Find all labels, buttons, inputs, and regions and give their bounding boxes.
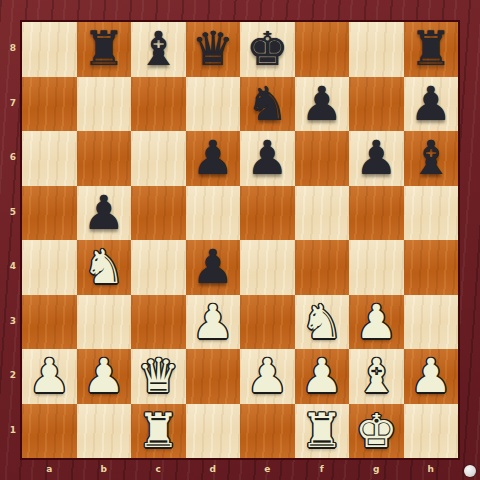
square-b5[interactable]: ♟	[77, 186, 132, 241]
file-label-a: a	[46, 464, 52, 474]
square-f7[interactable]: ♟	[295, 77, 350, 132]
piece-white-pawn[interactable]: ♟	[246, 349, 288, 403]
square-b7[interactable]	[77, 77, 132, 132]
square-d4[interactable]: ♟	[186, 240, 241, 295]
piece-black-knight[interactable]: ♞	[246, 77, 288, 131]
square-e3[interactable]	[240, 295, 295, 350]
square-c5[interactable]	[131, 186, 186, 241]
piece-white-knight[interactable]: ♞	[301, 295, 343, 349]
square-g1[interactable]: ♚	[349, 404, 404, 459]
square-f6[interactable]	[295, 131, 350, 186]
square-h5[interactable]	[404, 186, 459, 241]
file-label-g: g	[373, 464, 379, 474]
square-d6[interactable]: ♟	[186, 131, 241, 186]
white-to-move-indicator	[464, 465, 476, 477]
square-e2[interactable]: ♟	[240, 349, 295, 404]
square-f1[interactable]: ♜	[295, 404, 350, 459]
rank-label-6: 6	[10, 152, 16, 162]
square-f4[interactable]	[295, 240, 350, 295]
square-d7[interactable]	[186, 77, 241, 132]
square-a2[interactable]: ♟	[22, 349, 77, 404]
piece-black-bishop[interactable]: ♝	[137, 22, 179, 76]
piece-black-king[interactable]: ♚	[246, 22, 288, 76]
rank-label-1: 1	[10, 425, 16, 435]
square-c7[interactable]	[131, 77, 186, 132]
square-h6[interactable]: ♝	[404, 131, 459, 186]
piece-white-bishop[interactable]: ♝	[355, 349, 397, 403]
square-a1[interactable]	[22, 404, 77, 459]
square-h4[interactable]	[404, 240, 459, 295]
piece-black-rook[interactable]: ♜	[83, 22, 125, 76]
square-a8[interactable]	[22, 22, 77, 77]
piece-black-pawn[interactable]: ♟	[83, 186, 125, 240]
square-a6[interactable]	[22, 131, 77, 186]
square-f5[interactable]	[295, 186, 350, 241]
square-b3[interactable]	[77, 295, 132, 350]
square-d8[interactable]: ♛	[186, 22, 241, 77]
square-h1[interactable]	[404, 404, 459, 459]
square-a3[interactable]	[22, 295, 77, 350]
square-c2[interactable]: ♛	[131, 349, 186, 404]
file-label-c: c	[156, 464, 161, 474]
file-label-d: d	[210, 464, 216, 474]
file-label-e: e	[264, 464, 270, 474]
piece-black-pawn[interactable]: ♟	[410, 77, 452, 131]
square-b6[interactable]	[77, 131, 132, 186]
piece-white-pawn[interactable]: ♟	[355, 295, 397, 349]
chess-board: ♜♝♛♚♜♞♟♟♟♟♟♝♟♞♟♟♞♟♟♟♛♟♟♝♟♜♜♚	[20, 20, 460, 460]
piece-white-rook[interactable]: ♜	[137, 404, 179, 458]
piece-white-knight[interactable]: ♞	[83, 240, 125, 294]
square-h2[interactable]: ♟	[404, 349, 459, 404]
piece-white-pawn[interactable]: ♟	[83, 349, 125, 403]
rank-label-4: 4	[10, 261, 16, 271]
piece-black-pawn[interactable]: ♟	[192, 131, 234, 185]
rank-label-8: 8	[10, 43, 16, 53]
square-g8[interactable]	[349, 22, 404, 77]
square-g7[interactable]	[349, 77, 404, 132]
piece-black-rook[interactable]: ♜	[410, 22, 452, 76]
square-c6[interactable]	[131, 131, 186, 186]
piece-white-pawn[interactable]: ♟	[301, 349, 343, 403]
rank-label-3: 3	[10, 316, 16, 326]
square-d1[interactable]	[186, 404, 241, 459]
square-b8[interactable]: ♜	[77, 22, 132, 77]
piece-black-pawn[interactable]: ♟	[355, 131, 397, 185]
square-e6[interactable]: ♟	[240, 131, 295, 186]
square-h7[interactable]: ♟	[404, 77, 459, 132]
square-a7[interactable]	[22, 77, 77, 132]
rank-label-2: 2	[10, 370, 16, 380]
piece-white-pawn[interactable]: ♟	[410, 349, 452, 403]
square-b1[interactable]	[77, 404, 132, 459]
piece-black-queen[interactable]: ♛	[192, 22, 234, 76]
square-g2[interactable]: ♝	[349, 349, 404, 404]
square-b4[interactable]: ♞	[77, 240, 132, 295]
piece-white-king[interactable]: ♚	[355, 404, 397, 458]
square-g3[interactable]: ♟	[349, 295, 404, 350]
piece-black-pawn[interactable]: ♟	[246, 131, 288, 185]
piece-white-pawn[interactable]: ♟	[192, 295, 234, 349]
square-d5[interactable]	[186, 186, 241, 241]
piece-white-pawn[interactable]: ♟	[28, 349, 70, 403]
rank-label-5: 5	[10, 207, 16, 217]
square-e1[interactable]	[240, 404, 295, 459]
square-e4[interactable]	[240, 240, 295, 295]
square-f8[interactable]	[295, 22, 350, 77]
file-label-f: f	[320, 464, 324, 474]
square-c8[interactable]: ♝	[131, 22, 186, 77]
square-c4[interactable]	[131, 240, 186, 295]
square-e5[interactable]	[240, 186, 295, 241]
square-d3[interactable]: ♟	[186, 295, 241, 350]
piece-black-pawn[interactable]: ♟	[301, 77, 343, 131]
square-a4[interactable]	[22, 240, 77, 295]
piece-black-bishop[interactable]: ♝	[410, 131, 452, 185]
square-a5[interactable]	[22, 186, 77, 241]
piece-black-pawn[interactable]: ♟	[192, 240, 234, 294]
square-g5[interactable]	[349, 186, 404, 241]
piece-white-queen[interactable]: ♛	[137, 349, 179, 403]
file-label-b: b	[101, 464, 107, 474]
square-g6[interactable]: ♟	[349, 131, 404, 186]
square-c1[interactable]: ♜	[131, 404, 186, 459]
square-e8[interactable]: ♚	[240, 22, 295, 77]
square-c3[interactable]	[131, 295, 186, 350]
square-h3[interactable]	[404, 295, 459, 350]
square-f3[interactable]: ♞	[295, 295, 350, 350]
square-f2[interactable]: ♟	[295, 349, 350, 404]
square-g4[interactable]	[349, 240, 404, 295]
square-e7[interactable]: ♞	[240, 77, 295, 132]
file-label-h: h	[428, 464, 434, 474]
square-d2[interactable]	[186, 349, 241, 404]
piece-white-rook[interactable]: ♜	[301, 404, 343, 458]
square-h8[interactable]: ♜	[404, 22, 459, 77]
square-b2[interactable]: ♟	[77, 349, 132, 404]
board-frame: ♜♝♛♚♜♞♟♟♟♟♟♝♟♞♟♟♞♟♟♟♛♟♟♝♟♜♜♚ 87654321 ab…	[0, 0, 480, 480]
rank-label-7: 7	[10, 98, 16, 108]
